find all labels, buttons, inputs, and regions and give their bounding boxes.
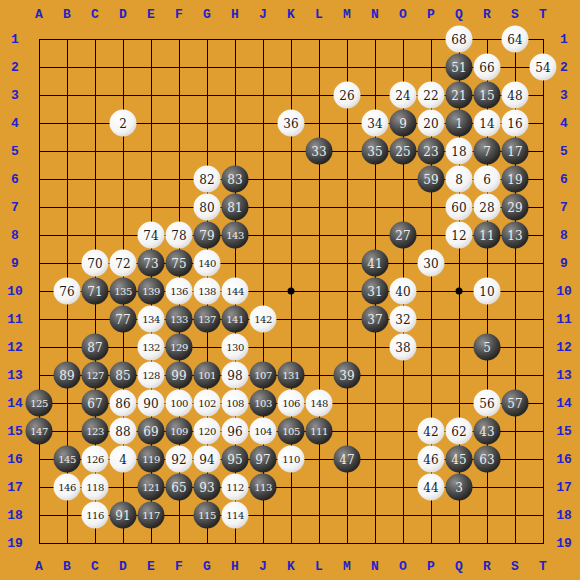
stone-white-114-H18: 114 [222, 502, 249, 529]
stone-white-132-E12: 132 [138, 334, 165, 361]
stone-white-22-P3: 22 [418, 82, 445, 109]
row-label-left-6: 6 [11, 173, 19, 186]
col-label-top-T: T [539, 8, 547, 21]
stone-black-143-H8: 143 [222, 222, 249, 249]
col-label-top-P: P [427, 8, 435, 21]
stone-black-145-B16: 145 [54, 446, 81, 473]
stone-black-117-E18: 117 [138, 502, 165, 529]
col-label-top-M: M [343, 8, 351, 21]
stone-black-47-M16: 47 [334, 446, 361, 473]
col-label-bottom-N: N [371, 560, 379, 573]
stone-black-9-O4: 9 [390, 110, 417, 137]
go-board[interactable]: AABBCCDDEEFFGGHHJJKKLLMMNNOOPPQQRRSSTT11… [0, 0, 580, 580]
col-label-top-O: O [399, 8, 407, 21]
stone-white-60-Q7: 60 [446, 194, 473, 221]
stone-black-39-M13: 39 [334, 362, 361, 389]
stone-black-37-N11: 37 [362, 306, 389, 333]
col-label-top-D: D [119, 8, 127, 21]
stone-black-121-E17: 121 [138, 474, 165, 501]
row-label-right-19: 19 [556, 537, 572, 550]
stone-white-66-R2: 66 [474, 54, 501, 81]
row-label-right-7: 7 [560, 201, 568, 214]
stone-black-71-C10: 71 [82, 278, 109, 305]
col-label-top-R: R [483, 8, 491, 21]
row-label-right-17: 17 [556, 481, 572, 494]
stone-black-19-S6: 19 [502, 166, 529, 193]
col-label-bottom-C: C [91, 560, 99, 573]
stone-white-90-E14: 90 [138, 390, 165, 417]
col-label-top-Q: Q [455, 8, 463, 21]
stone-white-130-H12: 130 [222, 334, 249, 361]
stone-white-68-Q1: 68 [446, 26, 473, 53]
stone-white-118-C17: 118 [82, 474, 109, 501]
stone-black-31-N10: 31 [362, 278, 389, 305]
stone-black-7-R5: 7 [474, 138, 501, 165]
stone-white-10-R10: 10 [474, 278, 501, 305]
stone-black-25-O5: 25 [390, 138, 417, 165]
stone-black-87-C12: 87 [82, 334, 109, 361]
stone-black-11-R8: 11 [474, 222, 501, 249]
stone-black-119-E16: 119 [138, 446, 165, 473]
col-label-bottom-L: L [315, 560, 323, 573]
stone-white-8-Q6: 8 [446, 166, 473, 193]
stone-white-106-K14: 106 [278, 390, 305, 417]
stone-white-34-N4: 34 [362, 110, 389, 137]
stone-black-23-P5: 23 [418, 138, 445, 165]
row-label-left-4: 4 [11, 117, 19, 130]
stone-black-101-G13: 101 [194, 362, 221, 389]
stone-black-59-P6: 59 [418, 166, 445, 193]
stone-white-28-R7: 28 [474, 194, 501, 221]
stone-black-1-Q4: 1 [446, 110, 473, 137]
stone-black-93-G17: 93 [194, 474, 221, 501]
stone-black-3-Q17: 3 [446, 474, 473, 501]
col-label-top-H: H [231, 8, 239, 21]
row-label-left-16: 16 [7, 453, 23, 466]
stone-black-103-J14: 103 [250, 390, 277, 417]
stone-black-111-L15: 111 [306, 418, 333, 445]
col-label-bottom-R: R [483, 560, 491, 573]
row-label-left-17: 17 [7, 481, 23, 494]
stone-white-70-C9: 70 [82, 250, 109, 277]
col-label-top-E: E [147, 8, 155, 21]
col-label-top-B: B [63, 8, 71, 21]
stone-white-54-T2: 54 [530, 54, 557, 81]
stone-white-128-E13: 128 [138, 362, 165, 389]
stone-white-40-O10: 40 [390, 278, 417, 305]
stone-black-139-E10: 139 [138, 278, 165, 305]
col-label-top-K: K [287, 8, 295, 21]
row-label-left-1: 1 [11, 33, 19, 46]
col-label-top-F: F [175, 8, 183, 21]
row-label-left-9: 9 [11, 257, 19, 270]
col-label-bottom-B: B [63, 560, 71, 573]
row-label-right-16: 16 [556, 453, 572, 466]
row-label-right-11: 11 [556, 313, 572, 326]
stone-black-91-D18: 91 [110, 502, 137, 529]
row-label-right-5: 5 [560, 145, 568, 158]
row-label-right-14: 14 [556, 397, 572, 410]
stone-black-5-R12: 5 [474, 334, 501, 361]
stone-white-136-F10: 136 [166, 278, 193, 305]
col-label-top-G: G [203, 8, 211, 21]
stone-black-129-F12: 129 [166, 334, 193, 361]
stone-white-20-P4: 20 [418, 110, 445, 137]
stone-white-74-E8: 74 [138, 222, 165, 249]
stone-white-88-D15: 88 [110, 418, 137, 445]
star-point-K10 [288, 288, 295, 295]
row-label-right-12: 12 [556, 341, 572, 354]
stone-white-134-E11: 134 [138, 306, 165, 333]
stone-white-80-G7: 80 [194, 194, 221, 221]
stone-white-44-P17: 44 [418, 474, 445, 501]
col-label-top-A: A [35, 8, 43, 21]
grid-line-horizontal [39, 543, 544, 544]
row-label-right-13: 13 [556, 369, 572, 382]
col-label-top-C: C [91, 8, 99, 21]
row-label-left-10: 10 [7, 285, 23, 298]
stone-white-138-G10: 138 [194, 278, 221, 305]
stone-black-105-K15: 105 [278, 418, 305, 445]
stone-white-110-K16: 110 [278, 446, 305, 473]
stone-white-146-B17: 146 [54, 474, 81, 501]
stone-black-113-J17: 113 [250, 474, 277, 501]
stone-black-29-S7: 29 [502, 194, 529, 221]
stone-white-100-F14: 100 [166, 390, 193, 417]
row-label-left-12: 12 [7, 341, 23, 354]
stone-white-42-P15: 42 [418, 418, 445, 445]
stone-black-15-R3: 15 [474, 82, 501, 109]
stone-white-30-P9: 30 [418, 250, 445, 277]
stone-white-116-C18: 116 [82, 502, 109, 529]
stone-black-147-A15: 147 [26, 418, 53, 445]
stone-black-63-R16: 63 [474, 446, 501, 473]
stone-black-21-Q3: 21 [446, 82, 473, 109]
stone-black-41-N9: 41 [362, 250, 389, 277]
stone-black-89-B13: 89 [54, 362, 81, 389]
row-label-left-18: 18 [7, 509, 23, 522]
stone-white-142-J11: 142 [250, 306, 277, 333]
row-label-right-4: 4 [560, 117, 568, 130]
col-label-top-L: L [315, 8, 323, 21]
row-label-right-3: 3 [560, 89, 568, 102]
col-label-bottom-O: O [399, 560, 407, 573]
col-label-bottom-P: P [427, 560, 435, 573]
stone-white-120-G15: 120 [194, 418, 221, 445]
stone-white-56-R14: 56 [474, 390, 501, 417]
grid-line-vertical [543, 39, 544, 544]
stone-black-85-D13: 85 [110, 362, 137, 389]
stone-white-94-G16: 94 [194, 446, 221, 473]
stone-black-81-H7: 81 [222, 194, 249, 221]
stone-black-27-O8: 27 [390, 222, 417, 249]
stone-black-65-F17: 65 [166, 474, 193, 501]
stone-white-96-H15: 96 [222, 418, 249, 445]
stone-white-78-F8: 78 [166, 222, 193, 249]
stone-black-43-R15: 43 [474, 418, 501, 445]
stone-black-99-F13: 99 [166, 362, 193, 389]
col-label-top-S: S [511, 8, 519, 21]
stone-black-115-G18: 115 [194, 502, 221, 529]
row-label-right-18: 18 [556, 509, 572, 522]
stone-white-104-J15: 104 [250, 418, 277, 445]
col-label-bottom-J: J [259, 560, 267, 573]
grid-line-horizontal [39, 347, 544, 348]
stone-black-33-L5: 33 [306, 138, 333, 165]
stone-white-102-G14: 102 [194, 390, 221, 417]
col-label-top-J: J [259, 8, 267, 21]
col-label-bottom-G: G [203, 560, 211, 573]
stone-black-75-F9: 75 [166, 250, 193, 277]
stone-white-112-H17: 112 [222, 474, 249, 501]
stone-white-26-M3: 26 [334, 82, 361, 109]
stone-white-82-G6: 82 [194, 166, 221, 193]
row-label-left-11: 11 [7, 313, 23, 326]
stone-black-135-D10: 135 [110, 278, 137, 305]
stone-white-144-H10: 144 [222, 278, 249, 305]
row-label-left-2: 2 [11, 61, 19, 74]
row-label-left-19: 19 [7, 537, 23, 550]
row-label-right-2: 2 [560, 61, 568, 74]
stone-black-107-J13: 107 [250, 362, 277, 389]
row-label-right-10: 10 [556, 285, 572, 298]
stone-white-38-O12: 38 [390, 334, 417, 361]
row-label-left-8: 8 [11, 229, 19, 242]
stone-black-45-Q16: 45 [446, 446, 473, 473]
row-label-left-14: 14 [7, 397, 23, 410]
row-label-left-5: 5 [11, 145, 19, 158]
row-label-right-1: 1 [560, 33, 568, 46]
go-board-diagram: AABBCCDDEEFFGGHHJJKKLLMMNNOOPPQQRRSSTT11… [0, 0, 580, 580]
row-label-right-8: 8 [560, 229, 568, 242]
stone-white-18-Q5: 18 [446, 138, 473, 165]
stone-black-79-G8: 79 [194, 222, 221, 249]
stone-black-57-S14: 57 [502, 390, 529, 417]
stone-black-125-A14: 125 [26, 390, 53, 417]
stone-white-64-S1: 64 [502, 26, 529, 53]
stone-white-62-Q15: 62 [446, 418, 473, 445]
col-label-bottom-D: D [119, 560, 127, 573]
stone-white-4-D16: 4 [110, 446, 137, 473]
stone-black-109-F15: 109 [166, 418, 193, 445]
stone-black-97-J16: 97 [250, 446, 277, 473]
stone-white-48-S3: 48 [502, 82, 529, 109]
stone-black-123-C15: 123 [82, 418, 109, 445]
stone-white-12-Q8: 12 [446, 222, 473, 249]
row-label-right-9: 9 [560, 257, 568, 270]
col-label-bottom-A: A [35, 560, 43, 573]
stone-white-98-H13: 98 [222, 362, 249, 389]
stone-black-17-S5: 17 [502, 138, 529, 165]
stone-white-148-L14: 148 [306, 390, 333, 417]
stone-black-73-E9: 73 [138, 250, 165, 277]
stone-white-6-R6: 6 [474, 166, 501, 193]
row-label-left-3: 3 [11, 89, 19, 102]
stone-white-36-K4: 36 [278, 110, 305, 137]
stone-white-126-C16: 126 [82, 446, 109, 473]
row-label-left-7: 7 [11, 201, 19, 214]
row-label-right-6: 6 [560, 173, 568, 186]
stone-white-92-F16: 92 [166, 446, 193, 473]
row-label-right-15: 15 [556, 425, 572, 438]
col-label-bottom-H: H [231, 560, 239, 573]
stone-black-83-H6: 83 [222, 166, 249, 193]
col-label-bottom-E: E [147, 560, 155, 573]
stone-white-24-O3: 24 [390, 82, 417, 109]
stone-white-14-R4: 14 [474, 110, 501, 137]
star-point-Q10 [456, 288, 463, 295]
col-label-bottom-F: F [175, 560, 183, 573]
stone-white-32-O11: 32 [390, 306, 417, 333]
stone-white-108-H14: 108 [222, 390, 249, 417]
row-label-left-15: 15 [7, 425, 23, 438]
col-label-bottom-M: M [343, 560, 351, 573]
row-label-left-13: 13 [7, 369, 23, 382]
stone-black-13-S8: 13 [502, 222, 529, 249]
col-label-top-N: N [371, 8, 379, 21]
stone-black-95-H16: 95 [222, 446, 249, 473]
stone-black-67-C14: 67 [82, 390, 109, 417]
stone-black-137-G11: 137 [194, 306, 221, 333]
stone-black-77-D11: 77 [110, 306, 137, 333]
col-label-bottom-Q: Q [455, 560, 463, 573]
stone-black-131-K13: 131 [278, 362, 305, 389]
stone-white-2-D4: 2 [110, 110, 137, 137]
col-label-bottom-T: T [539, 560, 547, 573]
stone-black-51-Q2: 51 [446, 54, 473, 81]
grid-line-vertical [319, 39, 320, 544]
stone-black-127-C13: 127 [82, 362, 109, 389]
stone-white-46-P16: 46 [418, 446, 445, 473]
stone-black-69-E15: 69 [138, 418, 165, 445]
stone-white-140-G9: 140 [194, 250, 221, 277]
stone-white-16-S4: 16 [502, 110, 529, 137]
stone-white-72-D9: 72 [110, 250, 137, 277]
stone-white-86-D14: 86 [110, 390, 137, 417]
stone-black-35-N5: 35 [362, 138, 389, 165]
col-label-bottom-S: S [511, 560, 519, 573]
stone-black-141-H11: 141 [222, 306, 249, 333]
col-label-bottom-K: K [287, 560, 295, 573]
stone-white-76-B10: 76 [54, 278, 81, 305]
stone-black-133-F11: 133 [166, 306, 193, 333]
